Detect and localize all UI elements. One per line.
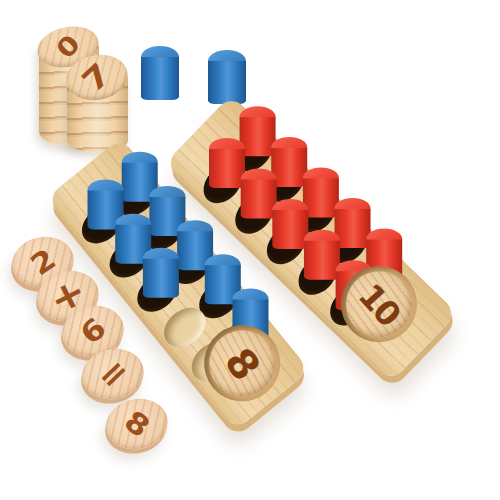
peg-side [209,148,245,188]
loose-peg-blue-2[interactable] [208,50,246,104]
number-disc-8-label: 8 [218,341,266,385]
peg-side [304,240,340,280]
peg-side [241,179,277,219]
peg-red-r3-c1[interactable] [272,199,308,249]
disc-stack-0-label: 0 [52,31,85,64]
equation-disc-equals-label: = [91,352,135,396]
peg-red-r2-c1[interactable] [241,168,277,218]
number-disc-8[interactable]: 8 [196,317,289,410]
loose-peg-blue-1[interactable] [141,46,179,100]
product-photo-canvas: 078102+6=8 [0,0,500,500]
peg-red-r1-c1[interactable] [209,137,245,187]
equation-disc-8-label: 8 [120,406,155,442]
peg-side [208,61,246,104]
peg-side [143,258,179,298]
equation-disc-8[interactable]: 8 [101,393,172,455]
disc-stack-7-label: 7 [77,58,116,97]
peg-blue-r3-c1[interactable] [143,248,179,298]
peg-side [141,57,179,100]
number-disc-10-label: 10 [353,277,406,330]
peg-side [272,209,308,249]
peg-red-r4-c1[interactable] [304,229,340,279]
equation-disc-6-label: 6 [75,313,111,349]
